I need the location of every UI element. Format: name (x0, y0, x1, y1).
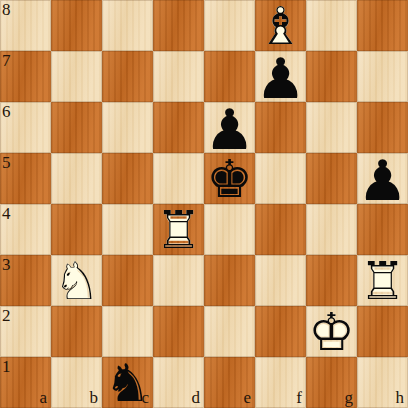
square-g5[interactable] (306, 153, 357, 204)
white-bishop-outline-icon: ♗ (257, 0, 304, 52)
black-king[interactable]: ♚ (204, 153, 255, 204)
square-h8[interactable] (357, 0, 408, 51)
square-e2[interactable] (204, 306, 255, 357)
square-a5[interactable]: 5 (0, 153, 51, 204)
square-b6[interactable] (51, 102, 102, 153)
square-d5[interactable] (153, 153, 204, 204)
square-e1[interactable]: e (204, 357, 255, 408)
square-d3[interactable] (153, 255, 204, 306)
white-king[interactable]: ♚♔ (306, 306, 357, 357)
square-a6[interactable]: 6 (0, 102, 51, 153)
white-rook[interactable]: ♜♖ (153, 204, 204, 255)
square-a7[interactable]: 7 (0, 51, 51, 102)
square-b1[interactable]: b (51, 357, 102, 408)
square-d8[interactable] (153, 0, 204, 51)
white-king-outline-icon: ♔ (308, 306, 355, 358)
square-a4[interactable]: 4 (0, 204, 51, 255)
file-label-a: a (39, 389, 47, 406)
white-rook[interactable]: ♜♖ (357, 255, 408, 306)
white-knight-outline-icon: ♘ (53, 255, 100, 307)
square-e3[interactable] (204, 255, 255, 306)
rank-label-7: 7 (2, 52, 11, 69)
black-king-icon: ♚ (206, 153, 253, 205)
white-bishop[interactable]: ♝♗ (255, 0, 306, 51)
square-g3[interactable] (306, 255, 357, 306)
square-d1[interactable]: d (153, 357, 204, 408)
square-b8[interactable] (51, 0, 102, 51)
black-pawn-icon: ♟ (357, 153, 407, 209)
black-pawn-icon: ♟ (255, 51, 305, 107)
square-g8[interactable] (306, 0, 357, 51)
square-b4[interactable] (51, 204, 102, 255)
square-f2[interactable] (255, 306, 306, 357)
square-h2[interactable] (357, 306, 408, 357)
square-c7[interactable] (102, 51, 153, 102)
square-h3[interactable]: ♜♖ (357, 255, 408, 306)
square-d6[interactable] (153, 102, 204, 153)
square-c5[interactable] (102, 153, 153, 204)
rank-label-5: 5 (2, 154, 11, 171)
file-label-f: f (296, 389, 302, 406)
square-f1[interactable]: f (255, 357, 306, 408)
file-label-c: c (141, 389, 149, 406)
white-rook-outline-icon: ♖ (359, 255, 406, 307)
square-g2[interactable]: ♚♔ (306, 306, 357, 357)
square-b7[interactable] (51, 51, 102, 102)
square-h1[interactable]: h (357, 357, 408, 408)
file-label-e: e (243, 389, 251, 406)
square-b5[interactable] (51, 153, 102, 204)
square-d4[interactable]: ♜♖ (153, 204, 204, 255)
square-g4[interactable] (306, 204, 357, 255)
square-h6[interactable] (357, 102, 408, 153)
rank-label-3: 3 (2, 256, 11, 273)
square-g6[interactable] (306, 102, 357, 153)
square-e6[interactable]: ♟ (204, 102, 255, 153)
square-a2[interactable]: 2 (0, 306, 51, 357)
square-a1[interactable]: 1a (0, 357, 51, 408)
square-c4[interactable] (102, 204, 153, 255)
square-e7[interactable] (204, 51, 255, 102)
square-g1[interactable]: g (306, 357, 357, 408)
rank-label-6: 6 (2, 103, 11, 120)
chess-board: 8♝♗7♟6♟5♚♟4♜♖3♞♘♜♖2♚♔1abc♞defgh (0, 0, 408, 408)
rank-label-1: 1 (2, 358, 11, 375)
square-f7[interactable]: ♟ (255, 51, 306, 102)
file-label-d: d (192, 389, 201, 406)
rank-label-8: 8 (2, 1, 11, 18)
square-f5[interactable] (255, 153, 306, 204)
square-f8[interactable]: ♝♗ (255, 0, 306, 51)
black-pawn[interactable]: ♟ (357, 153, 408, 204)
square-f3[interactable] (255, 255, 306, 306)
black-pawn[interactable]: ♟ (204, 102, 255, 153)
square-g7[interactable] (306, 51, 357, 102)
square-b3[interactable]: ♞♘ (51, 255, 102, 306)
rank-label-4: 4 (2, 205, 11, 222)
square-d2[interactable] (153, 306, 204, 357)
white-knight[interactable]: ♞♘ (51, 255, 102, 306)
square-c2[interactable] (102, 306, 153, 357)
square-a8[interactable]: 8 (0, 0, 51, 51)
square-b2[interactable] (51, 306, 102, 357)
black-pawn[interactable]: ♟ (255, 51, 306, 102)
file-label-g: g (345, 389, 354, 406)
rank-label-2: 2 (2, 307, 11, 324)
square-e5[interactable]: ♚ (204, 153, 255, 204)
square-c8[interactable] (102, 0, 153, 51)
square-c1[interactable]: c♞ (102, 357, 153, 408)
square-h5[interactable]: ♟ (357, 153, 408, 204)
square-d7[interactable] (153, 51, 204, 102)
square-e4[interactable] (204, 204, 255, 255)
square-c3[interactable] (102, 255, 153, 306)
square-f4[interactable] (255, 204, 306, 255)
white-rook-outline-icon: ♖ (155, 204, 202, 256)
square-a3[interactable]: 3 (0, 255, 51, 306)
file-label-h: h (396, 389, 405, 406)
square-e8[interactable] (204, 0, 255, 51)
square-c6[interactable] (102, 102, 153, 153)
square-h7[interactable] (357, 51, 408, 102)
file-label-b: b (90, 389, 99, 406)
